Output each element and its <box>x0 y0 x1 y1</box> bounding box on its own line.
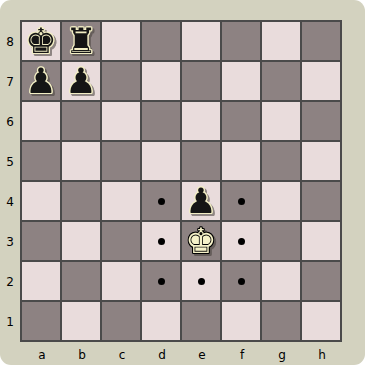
rank-label-2: 2 <box>0 262 20 302</box>
square-a8[interactable]: ♚ <box>22 22 60 60</box>
square-c8[interactable] <box>102 22 140 60</box>
square-b6[interactable] <box>62 102 100 140</box>
square-a3[interactable] <box>22 222 60 260</box>
square-d6[interactable] <box>142 102 180 140</box>
rank-label-4: 4 <box>0 182 20 222</box>
square-h3[interactable] <box>302 222 340 260</box>
chess-board: ♚♜♟♟♟♚ <box>20 20 342 342</box>
square-d3[interactable] <box>142 222 180 260</box>
square-h4[interactable] <box>302 182 340 220</box>
square-e8[interactable] <box>182 22 220 60</box>
square-d7[interactable] <box>142 62 180 100</box>
black-king[interactable]: ♚ <box>25 22 56 60</box>
square-d5[interactable] <box>142 142 180 180</box>
square-b8[interactable]: ♜ <box>62 22 100 60</box>
square-f6[interactable] <box>222 102 260 140</box>
square-c2[interactable] <box>102 262 140 300</box>
black-rook[interactable]: ♜ <box>65 22 96 60</box>
square-c6[interactable] <box>102 102 140 140</box>
square-a6[interactable] <box>22 102 60 140</box>
square-b4[interactable] <box>62 182 100 220</box>
square-e7[interactable] <box>182 62 220 100</box>
legal-move-dot[interactable] <box>158 278 165 285</box>
square-f5[interactable] <box>222 142 260 180</box>
square-f8[interactable] <box>222 22 260 60</box>
black-pawn[interactable]: ♟ <box>25 62 56 100</box>
square-a4[interactable] <box>22 182 60 220</box>
square-d4[interactable] <box>142 182 180 220</box>
square-g5[interactable] <box>262 142 300 180</box>
square-a7[interactable]: ♟ <box>22 62 60 100</box>
square-h5[interactable] <box>302 142 340 180</box>
square-d2[interactable] <box>142 262 180 300</box>
square-c7[interactable] <box>102 62 140 100</box>
square-c3[interactable] <box>102 222 140 260</box>
file-label-a: a <box>22 346 62 364</box>
square-g1[interactable] <box>262 302 300 340</box>
square-f2[interactable] <box>222 262 260 300</box>
rank-label-1: 1 <box>0 302 20 342</box>
square-b1[interactable] <box>62 302 100 340</box>
square-h1[interactable] <box>302 302 340 340</box>
square-c5[interactable] <box>102 142 140 180</box>
square-g4[interactable] <box>262 182 300 220</box>
white-king[interactable]: ♚ <box>185 222 216 260</box>
square-e6[interactable] <box>182 102 220 140</box>
square-h8[interactable] <box>302 22 340 60</box>
rank-label-3: 3 <box>0 222 20 262</box>
rank-label-8: 8 <box>0 22 20 62</box>
legal-move-dot[interactable] <box>198 278 205 285</box>
square-a1[interactable] <box>22 302 60 340</box>
legal-move-dot[interactable] <box>238 198 245 205</box>
square-f1[interactable] <box>222 302 260 340</box>
file-label-b: b <box>62 346 102 364</box>
file-label-d: d <box>142 346 182 364</box>
square-g8[interactable] <box>262 22 300 60</box>
rank-label-7: 7 <box>0 62 20 102</box>
file-label-f: f <box>222 346 262 364</box>
black-pawn[interactable]: ♟ <box>65 62 96 100</box>
square-a5[interactable] <box>22 142 60 180</box>
legal-move-dot[interactable] <box>158 198 165 205</box>
square-e2[interactable] <box>182 262 220 300</box>
rank-label-5: 5 <box>0 142 20 182</box>
file-labels: abcdefgh <box>22 346 342 364</box>
legal-move-dot[interactable] <box>238 238 245 245</box>
square-h2[interactable] <box>302 262 340 300</box>
square-h7[interactable] <box>302 62 340 100</box>
square-a2[interactable] <box>22 262 60 300</box>
file-label-g: g <box>262 346 302 364</box>
square-f7[interactable] <box>222 62 260 100</box>
square-f4[interactable] <box>222 182 260 220</box>
square-b5[interactable] <box>62 142 100 180</box>
square-b7[interactable]: ♟ <box>62 62 100 100</box>
legal-move-dot[interactable] <box>238 278 245 285</box>
square-b2[interactable] <box>62 262 100 300</box>
rank-label-6: 6 <box>0 102 20 142</box>
file-label-h: h <box>302 346 342 364</box>
square-g2[interactable] <box>262 262 300 300</box>
square-e4[interactable]: ♟ <box>182 182 220 220</box>
square-f3[interactable] <box>222 222 260 260</box>
black-pawn[interactable]: ♟ <box>185 182 216 220</box>
square-g6[interactable] <box>262 102 300 140</box>
square-h6[interactable] <box>302 102 340 140</box>
square-e5[interactable] <box>182 142 220 180</box>
square-g3[interactable] <box>262 222 300 260</box>
square-b3[interactable] <box>62 222 100 260</box>
square-c1[interactable] <box>102 302 140 340</box>
rank-labels: 87654321 <box>0 22 20 342</box>
square-e3[interactable]: ♚ <box>182 222 220 260</box>
legal-move-dot[interactable] <box>158 238 165 245</box>
square-d8[interactable] <box>142 22 180 60</box>
square-g7[interactable] <box>262 62 300 100</box>
file-label-c: c <box>102 346 142 364</box>
file-label-e: e <box>182 346 222 364</box>
square-c4[interactable] <box>102 182 140 220</box>
square-e1[interactable] <box>182 302 220 340</box>
square-d1[interactable] <box>142 302 180 340</box>
chess-app: 87654321 ♚♜♟♟♟♚ abcdefgh <box>0 0 365 365</box>
